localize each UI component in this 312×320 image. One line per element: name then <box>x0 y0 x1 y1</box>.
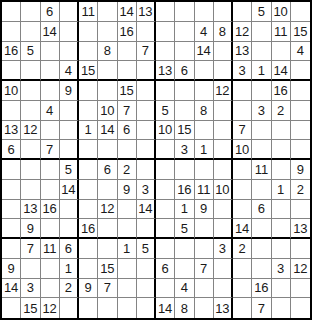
cell-r9c14[interactable]: 11 <box>252 160 271 180</box>
cell-r15c10[interactable]: 4 <box>175 279 194 299</box>
cell-r6c15[interactable]: 2 <box>272 101 291 121</box>
cell-r13c14[interactable] <box>252 239 271 259</box>
cell-r2c8[interactable] <box>137 22 156 42</box>
cell-r14c15[interactable]: 3 <box>272 259 291 279</box>
cell-r5c7[interactable]: 15 <box>118 81 137 101</box>
cell-r5c1[interactable]: 10 <box>2 81 21 101</box>
cell-r9c7[interactable]: 2 <box>118 160 137 180</box>
cell-r11c3[interactable]: 16 <box>41 200 60 220</box>
cell-r16c7[interactable] <box>118 298 137 318</box>
cell-r16c16[interactable] <box>291 298 310 318</box>
cell-r6c14[interactable]: 3 <box>252 101 271 121</box>
cell-r3c7[interactable] <box>118 42 137 62</box>
cell-r11c1[interactable] <box>2 200 21 220</box>
cell-r5c16[interactable] <box>291 81 310 101</box>
cell-r1c4[interactable] <box>60 2 79 22</box>
cell-r3c8[interactable]: 7 <box>137 42 156 62</box>
cell-r4c9[interactable]: 13 <box>156 61 175 81</box>
cell-r7c3[interactable] <box>41 121 60 141</box>
cell-r13c8[interactable]: 5 <box>137 239 156 259</box>
cell-r10c4[interactable]: 14 <box>60 180 79 200</box>
cell-r4c12[interactable] <box>214 61 233 81</box>
cell-r8c4[interactable] <box>60 140 79 160</box>
cell-r3c12[interactable] <box>214 42 233 62</box>
cell-r10c5[interactable] <box>79 180 98 200</box>
cell-r13c13[interactable]: 2 <box>233 239 252 259</box>
cell-r15c6[interactable]: 7 <box>98 279 117 299</box>
cell-r14c16[interactable]: 12 <box>291 259 310 279</box>
cell-r14c2[interactable] <box>21 259 40 279</box>
cell-r7c1[interactable]: 13 <box>2 121 21 141</box>
cell-r12c11[interactable] <box>195 219 214 239</box>
cell-r6c5[interactable] <box>79 101 98 121</box>
cell-r10c16[interactable]: 2 <box>291 180 310 200</box>
cell-r9c9[interactable] <box>156 160 175 180</box>
cell-r1c6[interactable] <box>98 2 117 22</box>
cell-r6c6[interactable]: 10 <box>98 101 117 121</box>
cell-r12c3[interactable] <box>41 219 60 239</box>
cell-r2c5[interactable] <box>79 22 98 42</box>
cell-r4c14[interactable]: 1 <box>252 61 271 81</box>
cell-r12c6[interactable] <box>98 219 117 239</box>
cell-r3c14[interactable] <box>252 42 271 62</box>
cell-r8c13[interactable]: 10 <box>233 140 252 160</box>
cell-r2c1[interactable] <box>2 22 21 42</box>
cell-r8c9[interactable] <box>156 140 175 160</box>
cell-r9c8[interactable] <box>137 160 156 180</box>
cell-r9c13[interactable] <box>233 160 252 180</box>
cell-r4c4[interactable]: 4 <box>60 61 79 81</box>
cell-r3c5[interactable] <box>79 42 98 62</box>
cell-r16c1[interactable] <box>2 298 21 318</box>
cell-r11c16[interactable] <box>291 200 310 220</box>
cell-r7c4[interactable] <box>60 121 79 141</box>
cell-r13c1[interactable] <box>2 239 21 259</box>
cell-r13c4[interactable]: 6 <box>60 239 79 259</box>
cell-r11c14[interactable]: 6 <box>252 200 271 220</box>
cell-r10c13[interactable] <box>233 180 252 200</box>
cell-r6c3[interactable]: 4 <box>41 101 60 121</box>
cell-r14c5[interactable] <box>79 259 98 279</box>
cell-r15c13[interactable] <box>233 279 252 299</box>
cell-r12c1[interactable] <box>2 219 21 239</box>
cell-r11c12[interactable] <box>214 200 233 220</box>
cell-r12c2[interactable]: 9 <box>21 219 40 239</box>
cell-r16c10[interactable]: 8 <box>175 298 194 318</box>
cell-r13c6[interactable] <box>98 239 117 259</box>
cell-r4c7[interactable] <box>118 61 137 81</box>
cell-r12c14[interactable] <box>252 219 271 239</box>
cell-r10c14[interactable] <box>252 180 271 200</box>
cell-r1c8[interactable]: 13 <box>137 2 156 22</box>
cell-r6c1[interactable] <box>2 101 21 121</box>
cell-r2c10[interactable] <box>175 22 194 42</box>
cell-r5c14[interactable] <box>252 81 271 101</box>
cell-r13c3[interactable]: 11 <box>41 239 60 259</box>
cell-r13c16[interactable] <box>291 239 310 259</box>
cell-r11c11[interactable]: 9 <box>195 200 214 220</box>
cell-r16c2[interactable]: 15 <box>21 298 40 318</box>
cell-r6c11[interactable]: 8 <box>195 101 214 121</box>
cell-r15c8[interactable] <box>137 279 156 299</box>
cell-r9c2[interactable] <box>21 160 40 180</box>
cell-r4c6[interactable] <box>98 61 117 81</box>
cell-r15c11[interactable] <box>195 279 214 299</box>
cell-r3c9[interactable] <box>156 42 175 62</box>
cell-r4c16[interactable] <box>291 61 310 81</box>
cell-r8c10[interactable]: 3 <box>175 140 194 160</box>
cell-r12c5[interactable]: 16 <box>79 219 98 239</box>
cell-r8c14[interactable] <box>252 140 271 160</box>
cell-r14c14[interactable] <box>252 259 271 279</box>
cell-r2c3[interactable]: 14 <box>41 22 60 42</box>
cell-r1c14[interactable]: 5 <box>252 2 271 22</box>
cell-r12c8[interactable] <box>137 219 156 239</box>
cell-r2c13[interactable]: 12 <box>233 22 252 42</box>
cell-r13c9[interactable] <box>156 239 175 259</box>
cell-r8c6[interactable] <box>98 140 117 160</box>
cell-r6c13[interactable] <box>233 101 252 121</box>
cell-r1c11[interactable] <box>195 2 214 22</box>
cell-r10c12[interactable]: 10 <box>214 180 233 200</box>
cell-r12c15[interactable] <box>272 219 291 239</box>
cell-r4c5[interactable]: 15 <box>79 61 98 81</box>
cell-r15c1[interactable]: 14 <box>2 279 21 299</box>
cell-r13c2[interactable]: 7 <box>21 239 40 259</box>
cell-r8c15[interactable] <box>272 140 291 160</box>
cell-r7c12[interactable] <box>214 121 233 141</box>
cell-r3c16[interactable]: 4 <box>291 42 310 62</box>
cell-r10c7[interactable]: 9 <box>118 180 137 200</box>
cell-r1c10[interactable] <box>175 2 194 22</box>
cell-r1c1[interactable] <box>2 2 21 22</box>
cell-r13c10[interactable] <box>175 239 194 259</box>
cell-r7c6[interactable]: 14 <box>98 121 117 141</box>
cell-r12c16[interactable]: 13 <box>291 219 310 239</box>
cell-r2c6[interactable] <box>98 22 117 42</box>
cell-r5c15[interactable]: 16 <box>272 81 291 101</box>
cell-r5c5[interactable] <box>79 81 98 101</box>
cell-r16c5[interactable] <box>79 298 98 318</box>
sudoku-board: 6111413510141648121115165871413441513631… <box>0 0 312 320</box>
cell-r10c15[interactable]: 1 <box>272 180 291 200</box>
cell-r7c7[interactable]: 6 <box>118 121 137 141</box>
cell-r4c3[interactable] <box>41 61 60 81</box>
cell-r5c9[interactable] <box>156 81 175 101</box>
cell-r10c8[interactable]: 3 <box>137 180 156 200</box>
cell-r8c5[interactable] <box>79 140 98 160</box>
cell-r5c8[interactable] <box>137 81 156 101</box>
cell-r2c14[interactable] <box>252 22 271 42</box>
cell-r6c10[interactable] <box>175 101 194 121</box>
cell-r14c13[interactable] <box>233 259 252 279</box>
cell-r15c5[interactable]: 9 <box>79 279 98 299</box>
cell-r6c8[interactable] <box>137 101 156 121</box>
cell-r16c9[interactable]: 14 <box>156 298 175 318</box>
cell-r7c2[interactable]: 12 <box>21 121 40 141</box>
cell-r16c11[interactable] <box>195 298 214 318</box>
cell-r7c13[interactable]: 7 <box>233 121 252 141</box>
cell-r15c7[interactable] <box>118 279 137 299</box>
cell-r3c3[interactable] <box>41 42 60 62</box>
cell-r4c15[interactable]: 14 <box>272 61 291 81</box>
cell-r14c8[interactable] <box>137 259 156 279</box>
cell-r8c2[interactable] <box>21 140 40 160</box>
cell-r7c14[interactable] <box>252 121 271 141</box>
cell-r10c2[interactable] <box>21 180 40 200</box>
cell-r4c2[interactable] <box>21 61 40 81</box>
cell-r11c2[interactable]: 13 <box>21 200 40 220</box>
cell-r16c4[interactable] <box>60 298 79 318</box>
cell-r1c7[interactable]: 14 <box>118 2 137 22</box>
cell-r15c2[interactable]: 3 <box>21 279 40 299</box>
cell-r3c15[interactable] <box>272 42 291 62</box>
cell-r9c10[interactable] <box>175 160 194 180</box>
cell-r4c8[interactable] <box>137 61 156 81</box>
cell-r10c6[interactable] <box>98 180 117 200</box>
cell-r9c15[interactable] <box>272 160 291 180</box>
cell-r13c7[interactable]: 1 <box>118 239 137 259</box>
cell-r11c13[interactable] <box>233 200 252 220</box>
cell-r15c3[interactable] <box>41 279 60 299</box>
cell-r6c4[interactable] <box>60 101 79 121</box>
cell-r9c12[interactable] <box>214 160 233 180</box>
cell-r3c2[interactable]: 5 <box>21 42 40 62</box>
cell-r2c12[interactable]: 8 <box>214 22 233 42</box>
cell-r5c10[interactable] <box>175 81 194 101</box>
cell-r3c10[interactable] <box>175 42 194 62</box>
cell-r8c16[interactable] <box>291 140 310 160</box>
cell-r10c9[interactable] <box>156 180 175 200</box>
cell-r4c10[interactable]: 6 <box>175 61 194 81</box>
cell-r2c15[interactable]: 11 <box>272 22 291 42</box>
cell-r12c9[interactable] <box>156 219 175 239</box>
cell-r1c13[interactable] <box>233 2 252 22</box>
cell-r15c14[interactable]: 16 <box>252 279 271 299</box>
cell-r14c11[interactable]: 7 <box>195 259 214 279</box>
cell-r5c4[interactable]: 9 <box>60 81 79 101</box>
cell-r15c9[interactable] <box>156 279 175 299</box>
cell-r7c15[interactable] <box>272 121 291 141</box>
cell-r7c10[interactable]: 15 <box>175 121 194 141</box>
cell-r12c4[interactable] <box>60 219 79 239</box>
cell-r8c3[interactable]: 7 <box>41 140 60 160</box>
cell-r14c4[interactable]: 1 <box>60 259 79 279</box>
cell-r14c3[interactable] <box>41 259 60 279</box>
cell-r13c11[interactable] <box>195 239 214 259</box>
cell-r7c8[interactable] <box>137 121 156 141</box>
cell-r4c11[interactable] <box>195 61 214 81</box>
cell-r12c7[interactable] <box>118 219 137 239</box>
cell-r2c11[interactable]: 4 <box>195 22 214 42</box>
cell-r2c4[interactable] <box>60 22 79 42</box>
cell-r12c12[interactable] <box>214 219 233 239</box>
cell-r5c11[interactable] <box>195 81 214 101</box>
cell-r11c10[interactable]: 1 <box>175 200 194 220</box>
cell-r9c3[interactable] <box>41 160 60 180</box>
cell-r5c12[interactable]: 12 <box>214 81 233 101</box>
cell-r5c6[interactable] <box>98 81 117 101</box>
cell-r10c10[interactable]: 16 <box>175 180 194 200</box>
cell-r7c5[interactable]: 1 <box>79 121 98 141</box>
cell-r9c6[interactable]: 6 <box>98 160 117 180</box>
cell-r14c7[interactable] <box>118 259 137 279</box>
cell-r16c15[interactable] <box>272 298 291 318</box>
cell-r1c12[interactable] <box>214 2 233 22</box>
cell-r15c16[interactable] <box>291 279 310 299</box>
cell-r16c13[interactable] <box>233 298 252 318</box>
cell-r9c5[interactable] <box>79 160 98 180</box>
cell-r11c6[interactable]: 12 <box>98 200 117 220</box>
cell-r2c7[interactable]: 16 <box>118 22 137 42</box>
cell-r1c16[interactable] <box>291 2 310 22</box>
cell-r7c11[interactable] <box>195 121 214 141</box>
cell-r16c8[interactable] <box>137 298 156 318</box>
cell-r2c2[interactable] <box>21 22 40 42</box>
cell-r9c11[interactable] <box>195 160 214 180</box>
cell-r2c9[interactable] <box>156 22 175 42</box>
cell-r3c6[interactable]: 8 <box>98 42 117 62</box>
cell-r10c11[interactable]: 11 <box>195 180 214 200</box>
cell-r8c11[interactable]: 1 <box>195 140 214 160</box>
cell-r3c4[interactable] <box>60 42 79 62</box>
cell-r16c14[interactable]: 7 <box>252 298 271 318</box>
cell-r14c10[interactable] <box>175 259 194 279</box>
cell-r6c12[interactable] <box>214 101 233 121</box>
cell-r11c7[interactable] <box>118 200 137 220</box>
cell-r12c10[interactable]: 5 <box>175 219 194 239</box>
cell-r7c16[interactable] <box>291 121 310 141</box>
cell-r1c2[interactable] <box>21 2 40 22</box>
cell-r3c13[interactable]: 13 <box>233 42 252 62</box>
cell-r5c13[interactable] <box>233 81 252 101</box>
cell-r3c11[interactable]: 14 <box>195 42 214 62</box>
cell-r11c4[interactable] <box>60 200 79 220</box>
cell-r6c16[interactable] <box>291 101 310 121</box>
cell-r13c5[interactable] <box>79 239 98 259</box>
cell-r15c4[interactable]: 2 <box>60 279 79 299</box>
cell-r16c6[interactable] <box>98 298 117 318</box>
cell-r5c3[interactable] <box>41 81 60 101</box>
cell-r1c3[interactable]: 6 <box>41 2 60 22</box>
cell-r14c6[interactable]: 15 <box>98 259 117 279</box>
cell-r6c2[interactable] <box>21 101 40 121</box>
cell-r15c15[interactable] <box>272 279 291 299</box>
cell-r4c1[interactable] <box>2 61 21 81</box>
cell-r6c9[interactable]: 5 <box>156 101 175 121</box>
cell-r14c1[interactable]: 9 <box>2 259 21 279</box>
cell-r10c3[interactable] <box>41 180 60 200</box>
cell-r7c9[interactable]: 10 <box>156 121 175 141</box>
cell-r13c15[interactable] <box>272 239 291 259</box>
cell-r11c8[interactable]: 14 <box>137 200 156 220</box>
cell-r3c1[interactable]: 16 <box>2 42 21 62</box>
cell-r4c13[interactable]: 3 <box>233 61 252 81</box>
cell-r15c12[interactable] <box>214 279 233 299</box>
cell-r14c9[interactable]: 6 <box>156 259 175 279</box>
cell-r13c12[interactable]: 3 <box>214 239 233 259</box>
cell-r1c15[interactable]: 10 <box>272 2 291 22</box>
cell-r5c2[interactable] <box>21 81 40 101</box>
cell-r11c15[interactable] <box>272 200 291 220</box>
cell-r1c9[interactable] <box>156 2 175 22</box>
cell-r12c13[interactable]: 14 <box>233 219 252 239</box>
cell-r11c9[interactable] <box>156 200 175 220</box>
cell-r10c1[interactable] <box>2 180 21 200</box>
cell-r14c12[interactable] <box>214 259 233 279</box>
cell-r9c16[interactable]: 9 <box>291 160 310 180</box>
cell-r16c3[interactable]: 12 <box>41 298 60 318</box>
cell-r16c12[interactable]: 13 <box>214 298 233 318</box>
cell-r8c1[interactable]: 6 <box>2 140 21 160</box>
cell-r2c16[interactable]: 15 <box>291 22 310 42</box>
cell-r9c4[interactable]: 5 <box>60 160 79 180</box>
cell-r11c5[interactable] <box>79 200 98 220</box>
cell-r9c1[interactable] <box>2 160 21 180</box>
cell-r8c7[interactable] <box>118 140 137 160</box>
cell-r1c5[interactable]: 11 <box>79 2 98 22</box>
cell-r8c8[interactable] <box>137 140 156 160</box>
cell-r6c7[interactable]: 7 <box>118 101 137 121</box>
cell-r8c12[interactable] <box>214 140 233 160</box>
